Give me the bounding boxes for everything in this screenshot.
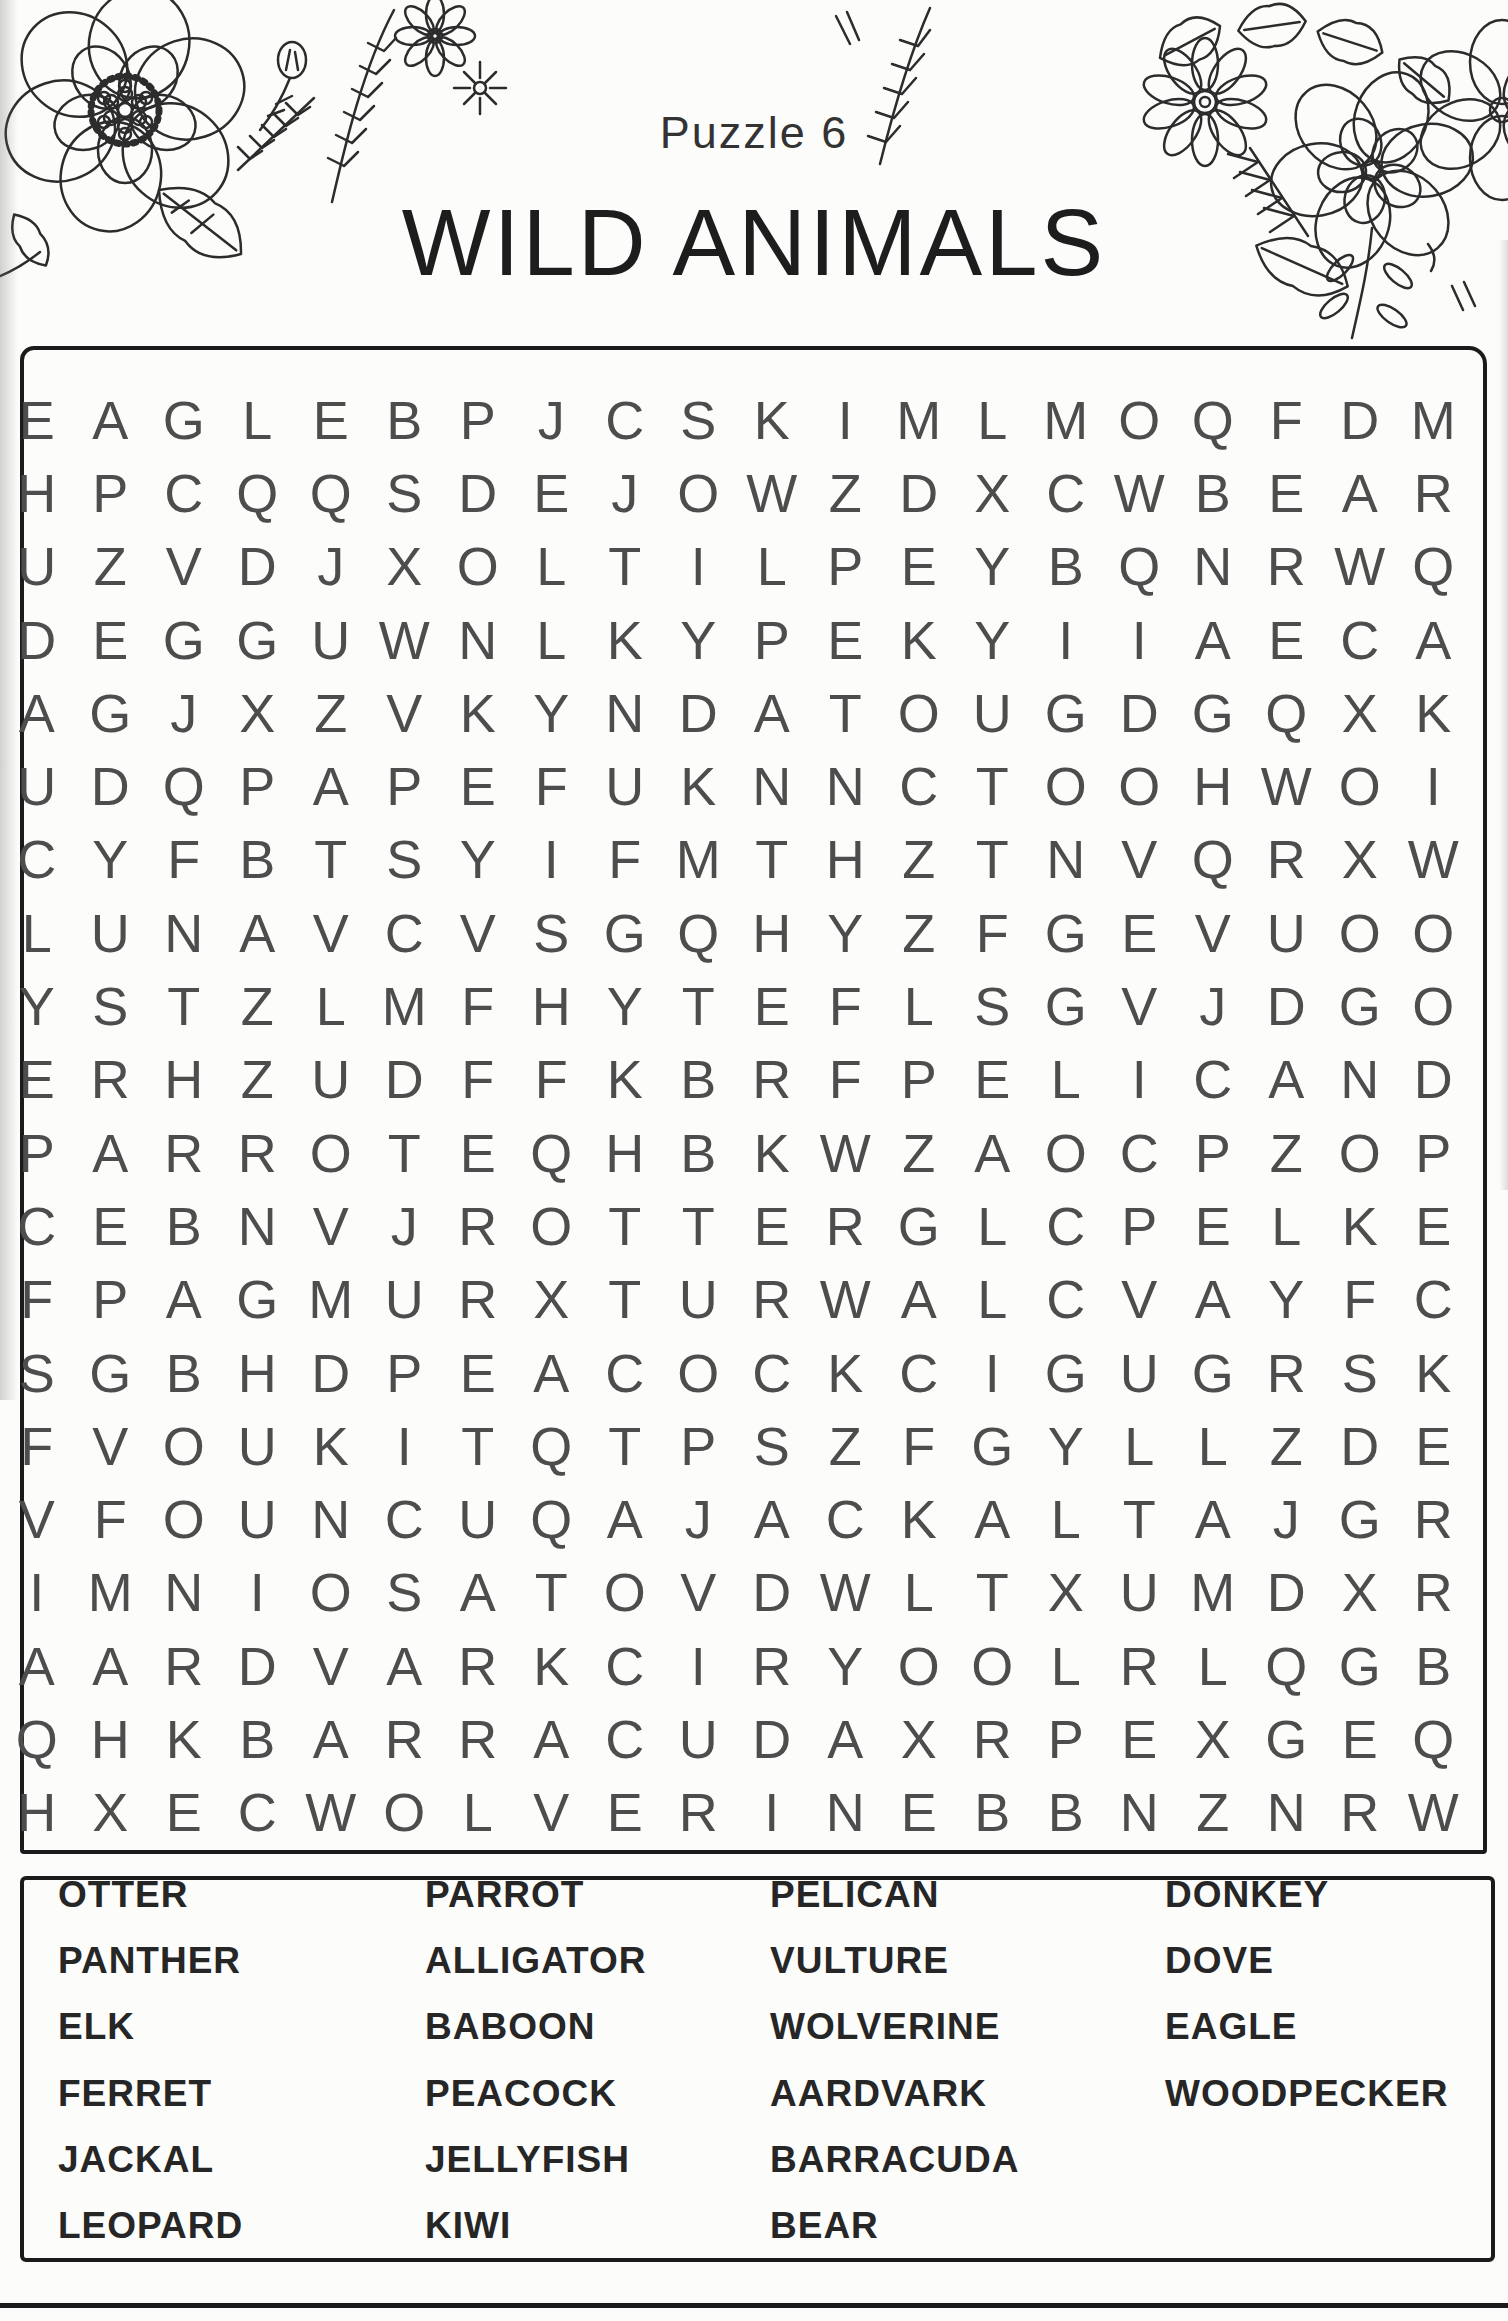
grid-cell: A xyxy=(1323,456,1397,529)
grid-cell: L xyxy=(1176,1629,1250,1702)
grid-cell: F xyxy=(441,969,515,1042)
grid-cell: E xyxy=(147,1776,221,1849)
word-list-item: WOODPECKER xyxy=(1165,2073,1448,2115)
grid-cell: K xyxy=(1323,1189,1397,1262)
grid-cell: V xyxy=(147,530,221,603)
grid-cell: C xyxy=(1323,603,1397,676)
grid-cell: I xyxy=(735,1776,809,1849)
grid-cell: E xyxy=(735,1189,809,1262)
word-list-item: BARRACUDA xyxy=(770,2139,1165,2181)
grid-cell: H xyxy=(735,896,809,969)
grid-cell: R xyxy=(1250,823,1324,896)
grid-cell: Y xyxy=(74,823,148,896)
grid-cell: A xyxy=(441,1556,515,1629)
grid-cell: C xyxy=(0,823,74,896)
grid-cell: C xyxy=(0,1189,74,1262)
grid-cell: P xyxy=(0,1116,74,1189)
grid-cell: L xyxy=(956,383,1030,456)
grid-cell: L xyxy=(441,1776,515,1849)
grid-cell: V xyxy=(662,1556,736,1629)
grid-cell: H xyxy=(221,1336,295,1409)
grid-cell: M xyxy=(368,969,442,1042)
grid-cell: Y xyxy=(809,896,883,969)
word-list-item: KIWI xyxy=(425,2205,770,2247)
grid-cell: L xyxy=(1250,1189,1324,1262)
grid-cell: G xyxy=(1323,969,1397,1042)
grid-cell: B xyxy=(1397,1629,1471,1702)
grid-cell: P xyxy=(74,1263,148,1336)
grid-cell: C xyxy=(1176,1043,1250,1116)
grid-cell: D xyxy=(1103,676,1177,749)
word-list-item: EAGLE xyxy=(1165,2006,1448,2048)
grid-cell: E xyxy=(1397,1189,1471,1262)
grid-cell: N xyxy=(735,749,809,822)
grid-cell: Z xyxy=(1250,1409,1324,1482)
grid-cell: N xyxy=(147,1556,221,1629)
grid-cell: I xyxy=(221,1556,295,1629)
grid-cell: L xyxy=(515,603,589,676)
grid-cell: D xyxy=(221,1629,295,1702)
grid-cell: G xyxy=(1029,969,1103,1042)
grid-cell: P xyxy=(221,749,295,822)
grid-cell: F xyxy=(882,1409,956,1482)
fern-icon xyxy=(328,10,396,202)
grid-cell: L xyxy=(1103,1409,1177,1482)
grid-cell: Z xyxy=(74,530,148,603)
grid-cell: E xyxy=(1103,1702,1177,1775)
grid-cell: N xyxy=(1176,530,1250,603)
grid-cell: V xyxy=(1103,1263,1177,1336)
grid-cell: Q xyxy=(515,1482,589,1555)
word-list-item: JELLYFISH xyxy=(425,2139,770,2181)
grid-cell: T xyxy=(956,823,1030,896)
grid-cell: X xyxy=(515,1263,589,1336)
grid-cell: Z xyxy=(294,676,368,749)
grid-cell: B xyxy=(1176,456,1250,529)
word-list-item: VULTURE xyxy=(770,1940,1165,1982)
grid-cell: N xyxy=(809,1776,883,1849)
word-list-item: ALLIGATOR xyxy=(425,1940,770,1982)
grid-cell: U xyxy=(1103,1556,1177,1629)
grid-cell: T xyxy=(588,1409,662,1482)
grid-cell: F xyxy=(956,896,1030,969)
grid-cell: I xyxy=(515,823,589,896)
grid-cell: V xyxy=(294,1629,368,1702)
grid-cell: X xyxy=(221,676,295,749)
grid-cell: K xyxy=(294,1409,368,1482)
grid-cell: F xyxy=(588,823,662,896)
grid-cell: Q xyxy=(515,1116,589,1189)
grid-cell: W xyxy=(1397,1776,1471,1849)
grid-cell: R xyxy=(147,1116,221,1189)
grid-cell: V xyxy=(515,1776,589,1849)
grid-cell: Q xyxy=(0,1702,74,1775)
grid-cell: D xyxy=(882,456,956,529)
grid-cell: M xyxy=(662,823,736,896)
grid-cell: W xyxy=(368,603,442,676)
grid-cell: L xyxy=(956,1189,1030,1262)
grid-cell: A xyxy=(74,1116,148,1189)
grid-cell: R xyxy=(809,1189,883,1262)
grid-cell: P xyxy=(735,603,809,676)
grid-cell: L xyxy=(294,969,368,1042)
grid-cell: I xyxy=(1103,603,1177,676)
grid-cell: N xyxy=(1029,823,1103,896)
grid-cell: I xyxy=(0,1556,74,1629)
grid-cell: O xyxy=(515,1189,589,1262)
grid-cell: F xyxy=(515,749,589,822)
grid-cell: Q xyxy=(1103,530,1177,603)
grid-cell: Y xyxy=(515,676,589,749)
grid-cell: R xyxy=(221,1116,295,1189)
grid-cell: K xyxy=(809,1336,883,1409)
grid-cell: E xyxy=(1397,1409,1471,1482)
grid-cell: A xyxy=(147,1263,221,1336)
grid-cell: A xyxy=(1176,1482,1250,1555)
grid-cell: P xyxy=(74,456,148,529)
grid-cell: I xyxy=(662,530,736,603)
grid-cell: Y xyxy=(809,1629,883,1702)
grid-cell: D xyxy=(735,1556,809,1629)
grid-cell: T xyxy=(588,1189,662,1262)
grid-cell: R xyxy=(956,1702,1030,1775)
grid-cell: K xyxy=(735,1116,809,1189)
grid-cell: O xyxy=(1103,383,1177,456)
grid-cell: E xyxy=(882,530,956,603)
grid-cell: S xyxy=(662,383,736,456)
grid-cell: R xyxy=(662,1776,736,1849)
grid-cell: L xyxy=(1029,1629,1103,1702)
grid-cell: A xyxy=(294,1702,368,1775)
grid-cell: Q xyxy=(147,749,221,822)
grid-cell: A xyxy=(221,896,295,969)
grid-cell: Y xyxy=(441,823,515,896)
grid-cell: A xyxy=(956,1116,1030,1189)
grid-cell: T xyxy=(809,676,883,749)
grid-cell: J xyxy=(1176,969,1250,1042)
grid-cell: U xyxy=(221,1409,295,1482)
grid-cell: A xyxy=(74,1629,148,1702)
grid-cell: C xyxy=(588,383,662,456)
grid-cell: E xyxy=(441,1336,515,1409)
grid-cell: U xyxy=(956,676,1030,749)
grid-cell: C xyxy=(368,1482,442,1555)
word-list-item: DONKEY xyxy=(1165,1874,1448,1916)
grid-cell: C xyxy=(1103,1116,1177,1189)
word-list-item: PARROT xyxy=(425,1874,770,1916)
grid-cell: S xyxy=(368,823,442,896)
grid-cell: J xyxy=(368,1189,442,1262)
word-search-page: Puzzle 6 WILD ANIMALS EAGLEBPJCSKIMLMOQF… xyxy=(0,0,1508,2321)
grid-cell: C xyxy=(588,1336,662,1409)
word-list-item: JACKAL xyxy=(58,2139,425,2181)
grid-cell: B xyxy=(662,1116,736,1189)
grid-cell: N xyxy=(441,603,515,676)
grid-cell: Y xyxy=(956,603,1030,676)
grid-cell: O xyxy=(1397,896,1471,969)
grid-cell: G xyxy=(1176,676,1250,749)
grid-cell: O xyxy=(1323,896,1397,969)
grid-cell: C xyxy=(1397,1263,1471,1336)
word-list: OTTERPANTHERELKFERRETJACKALLEOPARDPARROT… xyxy=(58,1862,1448,2259)
page-title: WILD ANIMALS xyxy=(0,196,1508,290)
grid-cell: U xyxy=(588,749,662,822)
word-list-item: BABOON xyxy=(425,2006,770,2048)
grid-cell: D xyxy=(662,676,736,749)
scan-edge-shading xyxy=(1499,240,1508,1190)
grid-cell: R xyxy=(1250,1336,1324,1409)
grid-cell: D xyxy=(441,456,515,529)
grid-cell: W xyxy=(809,1556,883,1629)
grid-cell: X xyxy=(74,1776,148,1849)
grid-cell: M xyxy=(1029,383,1103,456)
grid-cell: F xyxy=(74,1482,148,1555)
grid-cell: E xyxy=(294,383,368,456)
grid-cell: R xyxy=(147,1629,221,1702)
grid-cell: E xyxy=(1176,1189,1250,1262)
grid-cell: O xyxy=(1029,749,1103,822)
grid-cell: O xyxy=(662,1336,736,1409)
grid-cell: L xyxy=(1029,1043,1103,1116)
grid-cell: C xyxy=(221,1776,295,1849)
grid-cell: O xyxy=(1323,1116,1397,1189)
grid-cell: Q xyxy=(294,456,368,529)
grid-cell: N xyxy=(147,896,221,969)
grid-cell: O xyxy=(662,456,736,529)
grid-cell: D xyxy=(0,603,74,676)
grid-cell: R xyxy=(1397,1556,1471,1629)
word-list-item: PANTHER xyxy=(58,1940,425,1982)
grid-cell: A xyxy=(1176,1263,1250,1336)
grid-cell: L xyxy=(0,896,74,969)
grid-cell: W xyxy=(1397,823,1471,896)
grid-cell: Y xyxy=(0,969,74,1042)
grid-cell: T xyxy=(368,1116,442,1189)
grid-cell: P xyxy=(809,530,883,603)
grass-ticks-icon xyxy=(836,12,859,44)
grid-cell: X xyxy=(1323,676,1397,749)
grid-cell: N xyxy=(1323,1043,1397,1116)
grid-cell: T xyxy=(515,1556,589,1629)
grid-cell: F xyxy=(515,1043,589,1116)
grid-cell: T xyxy=(588,530,662,603)
grid-cell: O xyxy=(956,1629,1030,1702)
grid-cell: Z xyxy=(221,1043,295,1116)
grid-cell: Q xyxy=(221,456,295,529)
grid-cell: V xyxy=(368,676,442,749)
grid-cell: K xyxy=(441,676,515,749)
grid-cell: G xyxy=(1029,1336,1103,1409)
grid-cell: X xyxy=(882,1702,956,1775)
grid-cell: S xyxy=(1323,1336,1397,1409)
grid-cell: D xyxy=(1250,969,1324,1042)
grid-cell: H xyxy=(0,456,74,529)
word-list-item: AARDVARK xyxy=(770,2073,1165,2115)
grid-cell: W xyxy=(294,1776,368,1849)
grid-cell: H xyxy=(0,1776,74,1849)
grid-cell: P xyxy=(368,1336,442,1409)
grid-cell: U xyxy=(294,603,368,676)
grid-cell: U xyxy=(368,1263,442,1336)
grid-cell: F xyxy=(809,969,883,1042)
grid-cell: L xyxy=(1029,1482,1103,1555)
grid-cell: C xyxy=(1029,1263,1103,1336)
grid-cell: V xyxy=(1103,823,1177,896)
grid-cell: N xyxy=(588,676,662,749)
grid-cell: E xyxy=(1250,456,1324,529)
grid-cell: T xyxy=(735,823,809,896)
grid-cell: R xyxy=(735,1263,809,1336)
grid-cell: W xyxy=(1323,530,1397,603)
grid-cell: S xyxy=(735,1409,809,1482)
grid-cell: E xyxy=(809,603,883,676)
grid-cell: G xyxy=(74,1336,148,1409)
grid-cell: D xyxy=(1250,1556,1324,1629)
grid-cell: J xyxy=(1250,1482,1324,1555)
grid-cell: A xyxy=(956,1482,1030,1555)
grid-cell: T xyxy=(1103,1482,1177,1555)
grid-cell: W xyxy=(735,456,809,529)
grid-cell: O xyxy=(588,1556,662,1629)
grid-cell: E xyxy=(882,1776,956,1849)
grid-cell: U xyxy=(294,1043,368,1116)
grid-cell: K xyxy=(662,749,736,822)
grid-cell: T xyxy=(662,1189,736,1262)
grid-cell: X xyxy=(956,456,1030,529)
grid-cell: R xyxy=(1397,456,1471,529)
grid-cell: I xyxy=(1103,1043,1177,1116)
grid-cell: N xyxy=(809,749,883,822)
grid-cell: J xyxy=(147,676,221,749)
grid-cell: O xyxy=(368,1776,442,1849)
grid-cell: S xyxy=(956,969,1030,1042)
grid-cell: H xyxy=(588,1116,662,1189)
grid-cell: B xyxy=(662,1043,736,1116)
grid-cell: G xyxy=(147,383,221,456)
grid-cell: N xyxy=(221,1189,295,1262)
puzzle-number-label: Puzzle 6 xyxy=(0,110,1508,155)
grid-cell: A xyxy=(0,676,74,749)
grid-cell: G xyxy=(221,1263,295,1336)
grid-cell: P xyxy=(368,749,442,822)
word-list-item: DOVE xyxy=(1165,1940,1448,1982)
grid-cell: S xyxy=(515,896,589,969)
grid-cell: O xyxy=(1029,1116,1103,1189)
grid-cell: F xyxy=(1323,1263,1397,1336)
grid-cell: Z xyxy=(882,823,956,896)
grid-cell: A xyxy=(0,1629,74,1702)
grid-cell: L xyxy=(515,530,589,603)
grid-cell: K xyxy=(882,603,956,676)
grid-cell: L xyxy=(221,383,295,456)
grid-cell: U xyxy=(662,1263,736,1336)
grid-cell: G xyxy=(147,603,221,676)
grid-cell: N xyxy=(1250,1776,1324,1849)
grid-cell: K xyxy=(1397,1336,1471,1409)
grid-cell: R xyxy=(735,1629,809,1702)
grid-cell: T xyxy=(441,1409,515,1482)
grid-cell: X xyxy=(368,530,442,603)
grid-cell: I xyxy=(1029,603,1103,676)
grid-cell: K xyxy=(588,603,662,676)
word-list-item: LEOPARD xyxy=(58,2205,425,2247)
grid-cell: U xyxy=(221,1482,295,1555)
wordsearch-grid: EAGLEBPJCSKIMLMOQFDMHPCQQSDEJOWZDXCWBEAR… xyxy=(0,383,1470,1849)
grid-cell: Q xyxy=(1176,823,1250,896)
grid-cell: E xyxy=(1250,603,1324,676)
grid-cell: E xyxy=(0,1043,74,1116)
grid-cell: O xyxy=(294,1556,368,1629)
grid-cell: F xyxy=(1250,383,1324,456)
grid-cell: R xyxy=(441,1189,515,1262)
grid-cell: U xyxy=(1250,896,1324,969)
daisy-icon xyxy=(395,0,475,76)
grid-cell: A xyxy=(809,1702,883,1775)
grid-cell: R xyxy=(441,1263,515,1336)
grid-cell: G xyxy=(1250,1702,1324,1775)
grid-cell: F xyxy=(0,1263,74,1336)
grid-cell: E xyxy=(588,1776,662,1849)
grid-cell: T xyxy=(956,1556,1030,1629)
grid-cell: K xyxy=(588,1043,662,1116)
grid-cell: F xyxy=(809,1043,883,1116)
page-bottom-rule xyxy=(0,2303,1508,2308)
grid-cell: K xyxy=(882,1482,956,1555)
grid-cell: A xyxy=(588,1482,662,1555)
grid-cell: Z xyxy=(882,896,956,969)
grid-cell: E xyxy=(735,969,809,1042)
grid-cell: Y xyxy=(1029,1409,1103,1482)
grid-cell: N xyxy=(1103,1776,1177,1849)
grid-cell: M xyxy=(294,1263,368,1336)
grid-cell: H xyxy=(809,823,883,896)
grid-cell: C xyxy=(882,749,956,822)
grid-cell: F xyxy=(441,1043,515,1116)
grid-cell: A xyxy=(515,1336,589,1409)
grid-cell: H xyxy=(74,1702,148,1775)
word-list-item: PELICAN xyxy=(770,1874,1165,1916)
grid-cell: B xyxy=(147,1189,221,1262)
word-list-item: ELK xyxy=(58,2006,425,2048)
grid-cell: Y xyxy=(662,603,736,676)
grid-cell: B xyxy=(221,1702,295,1775)
grid-cell: X xyxy=(1323,823,1397,896)
grid-cell: B xyxy=(956,1776,1030,1849)
grid-cell: R xyxy=(1103,1629,1177,1702)
grid-cell: L xyxy=(882,969,956,1042)
grid-cell: L xyxy=(735,530,809,603)
grid-cell: A xyxy=(1397,603,1471,676)
grid-cell: O xyxy=(147,1482,221,1555)
grid-cell: D xyxy=(221,530,295,603)
grid-cell: S xyxy=(0,1336,74,1409)
grid-cell: A xyxy=(735,676,809,749)
grid-cell: Q xyxy=(1250,676,1324,749)
grid-cell: Y xyxy=(588,969,662,1042)
grid-cell: M xyxy=(1397,383,1471,456)
grid-cell: U xyxy=(0,749,74,822)
grid-cell: A xyxy=(515,1702,589,1775)
leaf-icon xyxy=(1311,11,1389,72)
grid-cell: Q xyxy=(1397,530,1471,603)
grid-cell: R xyxy=(441,1629,515,1702)
grid-cell: X xyxy=(1176,1702,1250,1775)
grid-cell: O xyxy=(147,1409,221,1482)
grid-cell: C xyxy=(368,896,442,969)
grid-cell: G xyxy=(1029,676,1103,749)
grid-cell: R xyxy=(1323,1776,1397,1849)
grid-cell: I xyxy=(1397,749,1471,822)
